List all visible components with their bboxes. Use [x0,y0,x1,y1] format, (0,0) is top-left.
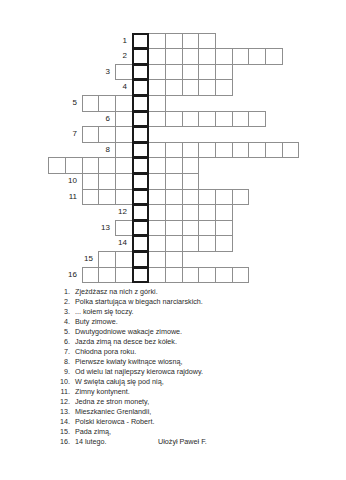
row-number: 8 [79,142,110,157]
grid-cell[interactable] [115,173,133,190]
clue-number: 13. [30,407,70,417]
grid-cell[interactable] [165,111,183,127]
grid-cell[interactable] [48,157,66,174]
answer-cell[interactable] [132,235,149,252]
row-number: 12 [96,204,127,220]
grid-cell[interactable] [82,95,99,112]
answer-cell[interactable] [132,79,149,96]
grid-cell[interactable] [148,235,166,252]
grid-cell[interactable] [98,95,116,112]
answer-cell[interactable] [132,189,149,205]
grid-cell[interactable] [165,157,183,174]
grid-cell[interactable] [182,220,199,236]
grid-cell[interactable] [215,111,233,127]
clue-list: 1.Zjeżdżasz na nich z górki.2.Polka star… [30,287,203,447]
grid-cell[interactable] [148,189,166,205]
row-number: 14 [96,235,127,251]
grid-cell[interactable] [165,173,183,190]
grid-cell[interactable] [98,267,116,283]
clue-number: 3. [30,307,70,317]
clue-item: 7.Chłodna pora roku. [30,347,203,357]
grid-cell[interactable] [182,142,199,158]
grid-cell[interactable] [165,204,183,221]
clue-number: 10. [30,377,70,387]
clue-text: Polka startująca w biegach narciarskich. [75,297,203,307]
grid-cell[interactable] [115,251,133,268]
grid-cell[interactable] [98,126,116,143]
clue-item: 12.Jedna ze stron monety, [30,397,203,407]
clue-text: Od wielu lat najlepszy kierowca rajdowy. [75,367,203,377]
grid-cell[interactable] [115,220,133,236]
answer-cell[interactable] [132,251,149,268]
grid-cell[interactable] [198,267,216,283]
answer-cell[interactable] [132,64,149,80]
grid-cell[interactable] [232,48,249,65]
grid-cell[interactable] [182,157,199,174]
grid-cell[interactable] [98,189,116,205]
answer-cell[interactable] [132,33,149,49]
answer-cell[interactable] [132,220,149,236]
row-number: 1 [96,33,127,48]
grid-cell[interactable] [182,267,199,283]
grid-cell[interactable] [182,189,199,205]
grid-cell[interactable] [198,235,216,252]
answer-cell[interactable] [132,48,149,65]
grid-cell[interactable] [98,173,116,190]
clue-number: 4. [30,317,70,327]
clue-number: 15. [30,427,70,437]
clue-text: Pierwsze kwiaty kwitnące wiosną, [75,357,182,367]
row-number: 16 [46,267,77,282]
grid-cell[interactable] [148,173,166,190]
grid-cell[interactable] [215,267,233,283]
grid-cell[interactable] [65,157,83,174]
grid-cell[interactable] [148,267,166,283]
answer-cell[interactable] [132,157,149,174]
clue-text: ... kołem się toczy. [75,307,134,317]
grid-cell[interactable] [215,220,233,236]
grid-cell[interactable] [148,157,166,174]
grid-cell[interactable] [115,267,133,283]
row-number: 7 [46,126,77,142]
row-number: 13 [79,220,110,235]
row-number: 10 [46,173,77,189]
grid-cell[interactable] [82,157,99,174]
row-number: 4 [96,79,127,95]
grid-cell[interactable] [115,111,133,127]
grid-cell[interactable] [232,189,249,205]
clue-item: 6.Jazda zimą na desce bez kółek. [30,337,203,347]
clue-item: 5.Dwutygodniowe wakacje zimowe. [30,327,203,337]
clue-item: 9.Od wielu lat najlepszy kierowca rajdow… [30,367,203,377]
grid-cell[interactable] [115,142,133,158]
clue-text: Jazda zimą na desce bez kółek. [75,337,177,347]
grid-cell[interactable] [248,142,266,158]
grid-cell[interactable] [215,204,233,221]
grid-cell[interactable] [265,48,283,65]
grid-cell[interactable] [98,157,116,174]
grid-cell[interactable] [148,111,166,127]
row-number: 6 [79,111,110,126]
grid-cell[interactable] [148,142,166,158]
grid-cell[interactable] [232,267,249,283]
row-number: 5 [46,95,77,111]
grid-cell[interactable] [232,111,249,127]
grid-cell[interactable] [198,220,216,236]
grid-cell[interactable] [165,64,183,80]
answer-cell[interactable] [132,204,149,221]
grid-cell[interactable] [148,95,166,112]
grid-cell[interactable] [165,33,183,49]
grid-cell[interactable] [165,220,183,236]
answer-cell[interactable] [132,126,149,143]
grid-cell[interactable] [182,111,199,127]
clue-text: Pada zimą, [75,427,111,437]
answer-cell[interactable] [132,142,149,158]
grid-cell[interactable] [248,111,266,127]
clue-text: W święta całują się pod nią, [75,377,164,387]
grid-cell[interactable] [148,64,166,80]
clue-number: 8. [30,357,70,367]
grid-cell[interactable] [182,64,199,80]
clue-number: 16. [30,437,70,447]
grid-cell[interactable] [232,142,249,158]
grid-cell[interactable] [115,64,133,80]
answer-cell[interactable] [132,173,149,190]
grid-cell[interactable] [165,48,183,65]
grid-cell[interactable] [215,79,233,96]
clue-item: 14.Polski kierowca - Robert. [30,417,203,427]
grid-cell[interactable] [165,251,183,268]
clue-text: Polski kierowca - Robert. [75,417,155,427]
grid-cell[interactable] [148,204,166,221]
grid-cell[interactable] [148,251,166,268]
grid-cell[interactable] [148,48,166,65]
grid-cell[interactable] [248,48,266,65]
clue-number: 11. [30,387,70,397]
grid-cell[interactable] [182,48,199,65]
answer-cell[interactable] [132,267,149,283]
clue-item: 10.W święta całują się pod nią, [30,377,203,387]
row-number: 3 [79,64,110,79]
clue-text: Jedna ze stron monety, [75,397,149,407]
row-number: 2 [96,48,127,64]
grid-cell[interactable] [182,79,199,96]
grid-cell[interactable] [82,173,99,190]
clue-text: Buty zimowe. [75,317,118,327]
author-credit: Ułożył Paweł F. [158,437,207,447]
clue-text: Dwutygodniowe wakacje zimowe. [75,327,182,337]
answer-cell[interactable] [132,111,149,127]
grid-cell[interactable] [165,235,183,252]
row-number: 15 [62,251,93,267]
grid-cell[interactable] [82,267,99,283]
clue-number: 1. [30,287,70,297]
grid-cell[interactable] [182,204,199,221]
grid-cell[interactable] [115,157,133,174]
grid-cell[interactable] [215,142,233,158]
grid-cell[interactable] [198,48,216,65]
grid-cell[interactable] [148,79,166,96]
grid-cell[interactable] [215,64,233,80]
clue-item: 3.... kołem się toczy. [30,307,203,317]
grid-cell[interactable] [115,126,133,143]
grid-cell[interactable] [98,251,116,268]
clue-item: 8.Pierwsze kwiaty kwitnące wiosną, [30,357,203,367]
grid-cell[interactable] [182,173,199,190]
clue-text: Chłodna pora roku. [75,347,136,357]
clue-item: 1.Zjeżdżasz na nich z górki. [30,287,203,297]
grid-cell[interactable] [82,189,99,205]
grid-cell[interactable] [215,189,233,205]
clue-item: 11.Zimny kontynent. [30,387,203,397]
grid-cell[interactable] [182,235,199,252]
grid-cell[interactable] [115,95,133,112]
clue-text: Zimny kontynent. [75,387,130,397]
row-number: 11 [46,189,77,204]
clue-number: 2. [30,297,70,307]
clue-number: 5. [30,327,70,337]
grid-cell[interactable] [198,79,216,96]
crossword-page: 1234567810111213141516 1.Zjeżdżasz na ni… [0,0,346,480]
grid-cell[interactable] [148,33,166,49]
grid-cell[interactable] [198,64,216,80]
grid-cell[interactable] [165,189,183,205]
grid-cell[interactable] [198,189,216,205]
clue-item: 2.Polka startująca w biegach narciarskic… [30,297,203,307]
grid-cell[interactable] [198,204,216,221]
clue-number: 7. [30,347,70,357]
grid-cell[interactable] [148,220,166,236]
clue-text: Zjeżdżasz na nich z górki. [75,287,158,297]
clue-item: 13.Mieszkaniec Grenlandii, [30,407,203,417]
clue-number: 6. [30,337,70,347]
grid-cell[interactable] [215,235,233,252]
grid-cell[interactable] [115,189,133,205]
clue-item: 4.Buty zimowe. [30,317,203,327]
answer-cell[interactable] [132,95,149,112]
clue-number: 9. [30,367,70,377]
grid-cell[interactable] [198,142,216,158]
grid-cell[interactable] [198,111,216,127]
grid-cell[interactable] [198,33,216,49]
grid-cell[interactable] [165,142,183,158]
grid-cell[interactable] [165,79,183,96]
clue-number: 12. [30,397,70,407]
grid-cell[interactable] [215,48,233,65]
clue-text: Mieszkaniec Grenlandii, [75,407,151,417]
clue-number: 14. [30,417,70,427]
grid-cell[interactable] [265,142,283,158]
grid-cell[interactable] [165,267,183,283]
grid-cell[interactable] [82,126,99,143]
clue-item: 15.Pada zimą, [30,427,203,437]
clue-text: 14 lutego. [75,437,107,447]
grid-cell[interactable] [182,33,199,49]
grid-cell[interactable] [282,142,299,158]
